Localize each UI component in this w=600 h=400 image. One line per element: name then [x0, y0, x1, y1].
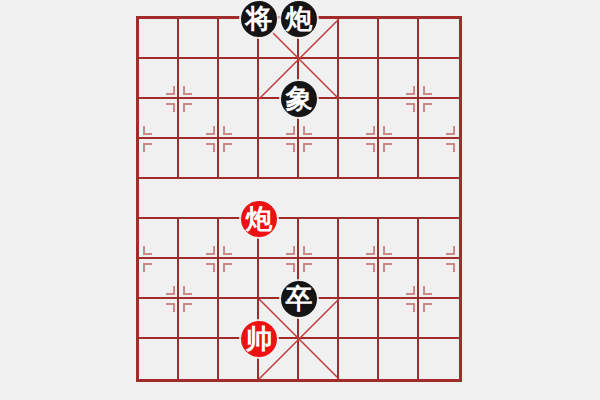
board-cell: [339, 59, 379, 99]
board-cell: [339, 219, 379, 259]
board-cell: [139, 59, 179, 99]
board-cell: [139, 299, 179, 339]
board-cell: [179, 19, 219, 59]
board-cell: [419, 139, 459, 179]
board-cell: [179, 139, 219, 179]
board-cell: [419, 59, 459, 99]
piece-black-soldier[interactable]: 卒: [281, 281, 317, 317]
board-cell: [339, 179, 379, 219]
board-cell: [299, 219, 339, 259]
board-cell: [179, 339, 219, 379]
board-cell: [419, 179, 459, 219]
board-cell: [379, 139, 419, 179]
board-cell: [299, 139, 339, 179]
board-cell: [379, 59, 419, 99]
board-cell: [379, 259, 419, 299]
board-cell: [419, 19, 459, 59]
board-cell: [139, 179, 179, 219]
piece-black-general[interactable]: 将: [241, 1, 277, 37]
board-cell: [339, 299, 379, 339]
board-cell: [379, 339, 419, 379]
xiangqi-board[interactable]: 将炮象炮卒帅: [136, 16, 462, 382]
board-cell: [179, 299, 219, 339]
board-cell: [219, 259, 259, 299]
board-cell: [379, 99, 419, 139]
board-cell: [259, 139, 299, 179]
board-cell: [379, 179, 419, 219]
board-cell: [339, 99, 379, 139]
board-cell: [299, 179, 339, 219]
board-cell: [139, 339, 179, 379]
board-cell: [139, 139, 179, 179]
board-cell: [179, 59, 219, 99]
board-cell: [219, 99, 259, 139]
page-background: 将炮象炮卒帅: [0, 0, 600, 400]
board-cell: [299, 339, 339, 379]
board-cell: [139, 259, 179, 299]
board-cell: [339, 259, 379, 299]
board-cell: [379, 19, 419, 59]
board-cell: [179, 179, 219, 219]
board-cell: [419, 219, 459, 259]
board-cell: [379, 299, 419, 339]
piece-black-cannon[interactable]: 炮: [281, 1, 317, 37]
board-cell: [139, 19, 179, 59]
board-grid: [139, 19, 459, 379]
piece-black-elephant[interactable]: 象: [281, 81, 317, 117]
board-cell: [179, 259, 219, 299]
board-cell: [419, 259, 459, 299]
board-cell: [339, 19, 379, 59]
board-cell: [419, 99, 459, 139]
board-cell: [419, 339, 459, 379]
piece-red-general[interactable]: 帅: [241, 321, 277, 357]
board-cell: [179, 219, 219, 259]
board-cell: [419, 299, 459, 339]
board-cell: [219, 59, 259, 99]
board-cell: [339, 139, 379, 179]
board-cell: [379, 219, 419, 259]
board-cell: [219, 139, 259, 179]
board-cell: [179, 99, 219, 139]
board-cell: [139, 99, 179, 139]
board-cell: [339, 339, 379, 379]
board-cell: [139, 219, 179, 259]
piece-red-cannon[interactable]: 炮: [241, 201, 277, 237]
